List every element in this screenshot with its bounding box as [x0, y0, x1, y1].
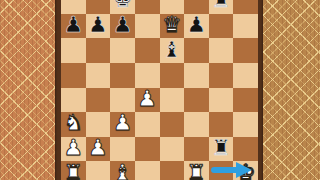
square-b2[interactable]: ♟	[86, 137, 111, 162]
square-a4[interactable]	[61, 88, 86, 113]
square-d3[interactable]	[135, 112, 160, 137]
square-c1[interactable]: ♝	[110, 161, 135, 180]
square-h8[interactable]	[233, 0, 258, 14]
piece-black-rook[interactable]: ♜	[211, 137, 231, 159]
square-d1[interactable]	[135, 161, 160, 180]
square-f1[interactable]: ♜	[184, 161, 209, 180]
piece-white-bishop[interactable]: ♝	[113, 162, 133, 180]
square-b6[interactable]	[86, 38, 111, 63]
piece-white-pawn[interactable]: ♟	[137, 88, 157, 110]
square-h5[interactable]	[233, 63, 258, 88]
square-a1[interactable]: ♜	[61, 161, 86, 180]
square-b4[interactable]	[86, 88, 111, 113]
square-b3[interactable]	[86, 112, 111, 137]
square-g1[interactable]	[209, 161, 234, 180]
piece-black-rook[interactable]: ♜	[211, 0, 231, 11]
square-d5[interactable]	[135, 63, 160, 88]
piece-white-king[interactable]: ♚	[236, 162, 256, 180]
piece-white-pawn[interactable]: ♟	[63, 137, 83, 159]
square-a2[interactable]: ♟	[61, 137, 86, 162]
wallpaper-damask-pattern	[0, 0, 55, 180]
piece-black-king[interactable]: ♚	[113, 0, 133, 11]
square-h6[interactable]	[233, 38, 258, 63]
piece-black-bishop[interactable]: ♝	[162, 39, 182, 61]
square-h7[interactable]	[233, 14, 258, 39]
square-g7[interactable]	[209, 14, 234, 39]
square-d6[interactable]	[135, 38, 160, 63]
square-f2[interactable]	[184, 137, 209, 162]
square-a3[interactable]: ♞	[61, 112, 86, 137]
piece-black-pawn[interactable]: ♟	[63, 14, 83, 36]
piece-white-rook[interactable]: ♜	[63, 162, 83, 180]
square-c3[interactable]: ♟	[110, 112, 135, 137]
square-h3[interactable]	[233, 112, 258, 137]
chess-board[interactable]: ♚♜♟♟♟♛♟♝♟♞♟♟♟♜♜♝♜♚	[61, 0, 258, 180]
wallpaper-right	[262, 0, 320, 180]
piece-white-pawn[interactable]: ♟	[113, 112, 133, 134]
square-f6[interactable]	[184, 38, 209, 63]
square-g8[interactable]: ♜	[209, 0, 234, 14]
square-d8[interactable]	[135, 0, 160, 14]
square-b7[interactable]: ♟	[86, 14, 111, 39]
square-f5[interactable]	[184, 63, 209, 88]
square-e1[interactable]	[160, 161, 185, 180]
square-c4[interactable]	[110, 88, 135, 113]
square-a6[interactable]	[61, 38, 86, 63]
square-d7[interactable]	[135, 14, 160, 39]
square-g4[interactable]	[209, 88, 234, 113]
piece-black-pawn[interactable]: ♟	[88, 14, 108, 36]
piece-white-pawn[interactable]: ♟	[88, 137, 108, 159]
wallpaper-left	[0, 0, 55, 180]
square-d4[interactable]: ♟	[135, 88, 160, 113]
square-e5[interactable]	[160, 63, 185, 88]
square-g3[interactable]	[209, 112, 234, 137]
square-f3[interactable]	[184, 112, 209, 137]
piece-white-rook[interactable]: ♜	[187, 162, 207, 180]
square-a7[interactable]: ♟	[61, 14, 86, 39]
piece-white-knight[interactable]: ♞	[63, 112, 83, 134]
square-g2[interactable]: ♜	[209, 137, 234, 162]
square-a5[interactable]	[61, 63, 86, 88]
square-h2[interactable]	[233, 137, 258, 162]
square-f4[interactable]	[184, 88, 209, 113]
square-f7[interactable]: ♟	[184, 14, 209, 39]
square-e7[interactable]: ♛	[160, 14, 185, 39]
piece-white-queen[interactable]: ♛	[162, 14, 182, 36]
square-d2[interactable]	[135, 137, 160, 162]
square-e4[interactable]	[160, 88, 185, 113]
square-e2[interactable]	[160, 137, 185, 162]
square-c2[interactable]	[110, 137, 135, 162]
square-h4[interactable]	[233, 88, 258, 113]
wallpaper-damask-pattern	[262, 0, 320, 180]
square-b1[interactable]	[86, 161, 111, 180]
square-e3[interactable]	[160, 112, 185, 137]
square-c6[interactable]	[110, 38, 135, 63]
piece-black-pawn[interactable]: ♟	[187, 14, 207, 36]
square-h1[interactable]: ♚	[233, 161, 258, 180]
square-g6[interactable]	[209, 38, 234, 63]
square-b5[interactable]	[86, 63, 111, 88]
square-c5[interactable]	[110, 63, 135, 88]
square-c7[interactable]: ♟	[110, 14, 135, 39]
piece-black-pawn[interactable]: ♟	[113, 14, 133, 36]
square-g5[interactable]	[209, 63, 234, 88]
square-e6[interactable]: ♝	[160, 38, 185, 63]
